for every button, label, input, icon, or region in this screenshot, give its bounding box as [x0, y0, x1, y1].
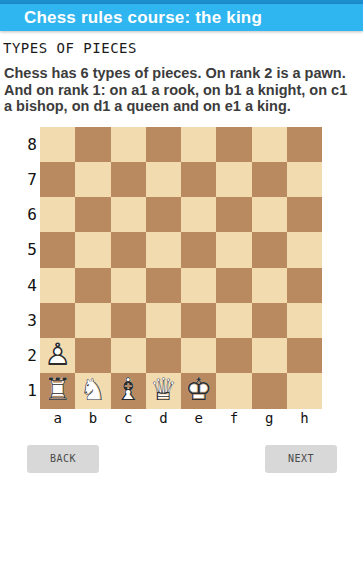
- white-rook-fill: ♜: [44, 374, 72, 405]
- square-h7[interactable]: [287, 162, 322, 197]
- rank-label-5: 5: [0, 232, 40, 267]
- rank-label-4: 4: [0, 268, 40, 303]
- board-corner-spacer: [0, 409, 40, 429]
- square-a6[interactable]: [40, 197, 75, 232]
- square-c2[interactable]: [111, 338, 146, 373]
- white-pawn-fill: ♟: [44, 339, 72, 370]
- square-b6[interactable]: [75, 197, 110, 232]
- section-heading: TYPES OF PIECES: [3, 40, 363, 56]
- square-c1[interactable]: ♝♗: [111, 373, 146, 408]
- square-g3[interactable]: [252, 303, 287, 338]
- file-label-g: g: [252, 409, 287, 429]
- rank-label-7: 7: [0, 162, 40, 197]
- square-f3[interactable]: [216, 303, 251, 338]
- square-c5[interactable]: [111, 232, 146, 267]
- square-f6[interactable]: [216, 197, 251, 232]
- square-g2[interactable]: [252, 338, 287, 373]
- square-c4[interactable]: [111, 268, 146, 303]
- square-h2[interactable]: [287, 338, 322, 373]
- square-e3[interactable]: [181, 303, 216, 338]
- square-g7[interactable]: [252, 162, 287, 197]
- square-h6[interactable]: [287, 197, 322, 232]
- back-button[interactable]: BACK: [27, 445, 99, 473]
- square-f5[interactable]: [216, 232, 251, 267]
- square-c6[interactable]: [111, 197, 146, 232]
- file-label-h: h: [287, 409, 322, 429]
- square-e6[interactable]: [181, 197, 216, 232]
- square-h4[interactable]: [287, 268, 322, 303]
- white-bishop-fill: ♝: [114, 374, 142, 405]
- file-label-b: b: [75, 409, 110, 429]
- square-h1[interactable]: [287, 373, 322, 408]
- rank-label-2: 2: [0, 338, 40, 373]
- square-g4[interactable]: [252, 268, 287, 303]
- rank-label-6: 6: [0, 197, 40, 232]
- square-a1[interactable]: ♜♖: [40, 373, 75, 408]
- square-d2[interactable]: [146, 338, 181, 373]
- app-header: Chess rules course: the king: [0, 4, 363, 31]
- white-queen-fill: ♛: [149, 374, 177, 405]
- lesson-text: Chess has 6 types of pieces. On rank 2 i…: [4, 65, 359, 115]
- file-label-d: d: [146, 409, 181, 429]
- square-c7[interactable]: [111, 162, 146, 197]
- white-king-piece: ♔: [185, 374, 213, 405]
- file-label-e: e: [181, 409, 216, 429]
- white-bishop-piece: ♗: [114, 374, 142, 405]
- square-e7[interactable]: [181, 162, 216, 197]
- square-f7[interactable]: [216, 162, 251, 197]
- square-b4[interactable]: [75, 268, 110, 303]
- square-d7[interactable]: [146, 162, 181, 197]
- square-b2[interactable]: [75, 338, 110, 373]
- rank-label-1: 1: [0, 373, 40, 408]
- square-d5[interactable]: [146, 232, 181, 267]
- nav-button-row: BACK NEXT: [27, 445, 337, 473]
- white-queen-piece: ♕: [149, 374, 177, 405]
- square-a3[interactable]: [40, 303, 75, 338]
- square-f1[interactable]: [216, 373, 251, 408]
- square-d3[interactable]: [146, 303, 181, 338]
- square-d6[interactable]: [146, 197, 181, 232]
- square-b8[interactable]: [75, 127, 110, 162]
- square-b5[interactable]: [75, 232, 110, 267]
- white-knight-fill: ♞: [79, 374, 107, 405]
- app-title: Chess rules course: the king: [24, 8, 262, 28]
- square-h3[interactable]: [287, 303, 322, 338]
- square-d1[interactable]: ♛♕: [146, 373, 181, 408]
- square-e2[interactable]: [181, 338, 216, 373]
- square-d8[interactable]: [146, 127, 181, 162]
- white-rook-piece: ♖: [44, 374, 72, 405]
- square-f8[interactable]: [216, 127, 251, 162]
- square-b1[interactable]: ♞♘: [75, 373, 110, 408]
- square-a4[interactable]: [40, 268, 75, 303]
- square-e1[interactable]: ♚♔: [181, 373, 216, 408]
- square-g6[interactable]: [252, 197, 287, 232]
- square-a2[interactable]: ♟♙: [40, 338, 75, 373]
- file-label-a: a: [40, 409, 75, 429]
- white-king-fill: ♚: [185, 374, 213, 405]
- white-pawn-piece: ♙: [44, 339, 72, 370]
- square-f4[interactable]: [216, 268, 251, 303]
- chess-board: 8765432♟♙1♜♖♞♘♝♗♛♕♚♔abcdefgh: [0, 127, 363, 429]
- square-e4[interactable]: [181, 268, 216, 303]
- square-a8[interactable]: [40, 127, 75, 162]
- white-knight-piece: ♘: [79, 374, 107, 405]
- next-button[interactable]: NEXT: [265, 445, 337, 473]
- file-label-f: f: [216, 409, 251, 429]
- file-label-c: c: [111, 409, 146, 429]
- square-c8[interactable]: [111, 127, 146, 162]
- square-h5[interactable]: [287, 232, 322, 267]
- rank-label-3: 3: [0, 303, 40, 338]
- square-h8[interactable]: [287, 127, 322, 162]
- square-e5[interactable]: [181, 232, 216, 267]
- square-c3[interactable]: [111, 303, 146, 338]
- square-g5[interactable]: [252, 232, 287, 267]
- square-f2[interactable]: [216, 338, 251, 373]
- square-a7[interactable]: [40, 162, 75, 197]
- square-d4[interactable]: [146, 268, 181, 303]
- square-a5[interactable]: [40, 232, 75, 267]
- square-g8[interactable]: [252, 127, 287, 162]
- square-b3[interactable]: [75, 303, 110, 338]
- rank-label-8: 8: [0, 127, 40, 162]
- square-g1[interactable]: [252, 373, 287, 408]
- square-e8[interactable]: [181, 127, 216, 162]
- square-b7[interactable]: [75, 162, 110, 197]
